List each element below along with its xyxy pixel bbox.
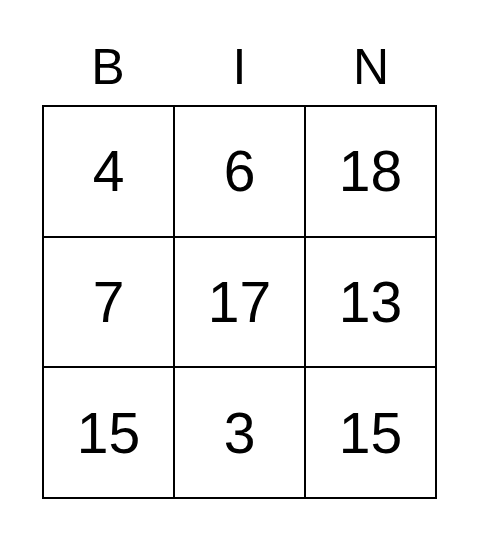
column-header-n: N [305, 42, 437, 105]
cell-r0c2[interactable]: 18 [305, 106, 436, 237]
cell-r1c2[interactable]: 13 [305, 237, 436, 368]
cell-r1c1[interactable]: 17 [174, 237, 305, 368]
bingo-grid: 4 6 18 7 17 13 15 3 15 [42, 105, 437, 499]
cell-r2c2[interactable]: 15 [305, 367, 436, 498]
cell-r2c0[interactable]: 15 [43, 367, 174, 498]
column-header-b: B [42, 42, 174, 105]
column-headers: B I N [42, 0, 437, 105]
cell-r1c0[interactable]: 7 [43, 237, 174, 368]
cell-r0c0[interactable]: 4 [43, 106, 174, 237]
cell-r0c1[interactable]: 6 [174, 106, 305, 237]
bingo-card: B I N 4 6 18 7 17 13 15 3 15 [42, 0, 437, 499]
cell-r2c1[interactable]: 3 [174, 367, 305, 498]
bingo-page: B I N 4 6 18 7 17 13 15 3 15 [0, 0, 479, 544]
column-header-i: I [174, 42, 306, 105]
